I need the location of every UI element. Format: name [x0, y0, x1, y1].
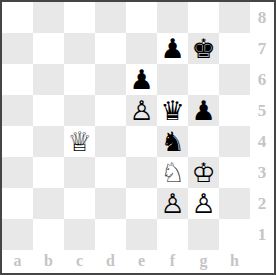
square-b6[interactable] — [33, 64, 64, 95]
black-queen[interactable]: ♛ — [160, 95, 184, 126]
square-a1[interactable] — [2, 219, 33, 250]
square-h5[interactable] — [219, 95, 250, 126]
white-pawn[interactable]: ♙ — [160, 188, 184, 219]
square-g7[interactable]: ♚ — [188, 33, 219, 64]
white-pawn[interactable]: ♙ — [129, 95, 153, 126]
rank-label-6: 6 — [250, 64, 274, 95]
square-e8[interactable] — [126, 2, 157, 33]
file-label-c: c — [64, 250, 95, 271]
square-c5[interactable] — [64, 95, 95, 126]
square-e1[interactable] — [126, 219, 157, 250]
file-labels: abcdefgh — [2, 250, 252, 273]
square-c7[interactable] — [64, 33, 95, 64]
rank-labels: 87654321 — [250, 2, 274, 250]
chess-board: ♟♚♟♙♛♟♕♞♘♔♙♙ — [2, 2, 252, 252]
file-label-f: f — [157, 250, 188, 271]
square-b2[interactable] — [33, 188, 64, 219]
square-c4[interactable]: ♕ — [64, 126, 95, 157]
square-b1[interactable] — [33, 219, 64, 250]
square-c3[interactable] — [64, 157, 95, 188]
square-g8[interactable] — [188, 2, 219, 33]
square-b5[interactable] — [33, 95, 64, 126]
square-f1[interactable] — [157, 219, 188, 250]
square-f4[interactable]: ♞ — [157, 126, 188, 157]
file-label-g: g — [188, 250, 219, 271]
square-d2[interactable] — [95, 188, 126, 219]
square-b4[interactable] — [33, 126, 64, 157]
square-f5[interactable]: ♛ — [157, 95, 188, 126]
square-d1[interactable] — [95, 219, 126, 250]
white-pawn[interactable]: ♙ — [191, 188, 215, 219]
rank-label-8: 8 — [250, 2, 274, 33]
square-h6[interactable] — [219, 64, 250, 95]
rank-label-7: 7 — [250, 33, 274, 64]
square-a2[interactable] — [2, 188, 33, 219]
square-f2[interactable]: ♙ — [157, 188, 188, 219]
square-f8[interactable] — [157, 2, 188, 33]
white-king[interactable]: ♔ — [191, 157, 215, 188]
square-g5[interactable]: ♟ — [188, 95, 219, 126]
square-f3[interactable]: ♘ — [157, 157, 188, 188]
square-h8[interactable] — [219, 2, 250, 33]
square-a5[interactable] — [2, 95, 33, 126]
white-knight[interactable]: ♘ — [160, 157, 184, 188]
white-queen[interactable]: ♕ — [67, 126, 91, 157]
square-a8[interactable] — [2, 2, 33, 33]
square-f6[interactable] — [157, 64, 188, 95]
square-a6[interactable] — [2, 64, 33, 95]
chess-diagram: ♟♚♟♙♛♟♕♞♘♔♙♙ 87654321 abcdefgh — [0, 0, 276, 275]
black-pawn[interactable]: ♟ — [191, 95, 215, 126]
square-h2[interactable] — [219, 188, 250, 219]
square-g3[interactable]: ♔ — [188, 157, 219, 188]
square-g2[interactable]: ♙ — [188, 188, 219, 219]
square-b3[interactable] — [33, 157, 64, 188]
square-d6[interactable] — [95, 64, 126, 95]
square-e4[interactable] — [126, 126, 157, 157]
square-b7[interactable] — [33, 33, 64, 64]
square-h7[interactable] — [219, 33, 250, 64]
square-e5[interactable]: ♙ — [126, 95, 157, 126]
square-e7[interactable] — [126, 33, 157, 64]
file-label-a: a — [2, 250, 33, 271]
rank-label-3: 3 — [250, 157, 274, 188]
square-a3[interactable] — [2, 157, 33, 188]
file-label-b: b — [33, 250, 64, 271]
square-d4[interactable] — [95, 126, 126, 157]
file-label-e: e — [126, 250, 157, 271]
square-b8[interactable] — [33, 2, 64, 33]
file-label-d: d — [95, 250, 126, 271]
square-c8[interactable] — [64, 2, 95, 33]
black-king[interactable]: ♚ — [191, 33, 215, 64]
square-g4[interactable] — [188, 126, 219, 157]
rank-label-4: 4 — [250, 126, 274, 157]
rank-label-2: 2 — [250, 188, 274, 219]
square-h4[interactable] — [219, 126, 250, 157]
square-c6[interactable] — [64, 64, 95, 95]
square-d7[interactable] — [95, 33, 126, 64]
file-label-h: h — [219, 250, 250, 271]
square-d3[interactable] — [95, 157, 126, 188]
black-knight[interactable]: ♞ — [160, 126, 184, 157]
square-f7[interactable]: ♟ — [157, 33, 188, 64]
square-e2[interactable] — [126, 188, 157, 219]
rank-label-1: 1 — [250, 219, 274, 250]
square-e3[interactable] — [126, 157, 157, 188]
square-h3[interactable] — [219, 157, 250, 188]
black-pawn[interactable]: ♟ — [160, 33, 184, 64]
label-corner — [250, 250, 274, 273]
rank-label-5: 5 — [250, 95, 274, 126]
square-g1[interactable] — [188, 219, 219, 250]
black-pawn[interactable]: ♟ — [129, 64, 153, 95]
square-h1[interactable] — [219, 219, 250, 250]
square-d8[interactable] — [95, 2, 126, 33]
square-c1[interactable] — [64, 219, 95, 250]
square-d5[interactable] — [95, 95, 126, 126]
square-a7[interactable] — [2, 33, 33, 64]
square-g6[interactable] — [188, 64, 219, 95]
square-e6[interactable]: ♟ — [126, 64, 157, 95]
square-a4[interactable] — [2, 126, 33, 157]
square-c2[interactable] — [64, 188, 95, 219]
